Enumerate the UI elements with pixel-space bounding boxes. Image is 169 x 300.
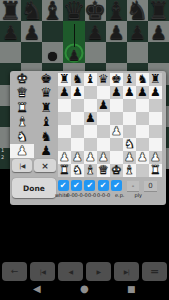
black-rook-icon: ♜ <box>40 101 52 114</box>
black-bishop-icon: ♝ <box>40 115 52 128</box>
bg-square-g6[interactable] <box>127 42 148 63</box>
setup-square-a4[interactable] <box>58 125 71 138</box>
setup-square-g7[interactable]: ♟ <box>136 86 149 99</box>
checkbox-label: 0-0 <box>67 193 75 198</box>
black-pawn-piece: ♟ <box>129 23 146 42</box>
black-queen-piece: ♛ <box>98 73 109 86</box>
palette-white-rook[interactable]: ♜ <box>10 100 34 115</box>
bg-square-a8[interactable]: ♜ <box>0 0 21 21</box>
bg-square-b7[interactable]: ♟ <box>21 21 42 42</box>
castling-checkbox-4[interactable]: ✔ <box>111 180 122 191</box>
white-king-piece: ♚ <box>111 164 122 177</box>
bg-square-h7[interactable]: ♟ <box>148 21 169 42</box>
white-pawn-piece: ♟ <box>111 125 122 138</box>
bg-square-g7[interactable]: ♟ <box>127 21 148 42</box>
setup-square-d1[interactable]: ♛ <box>97 164 110 177</box>
black-pawn-piece: ♟ <box>2 23 19 42</box>
background-text-peek: 2 <box>1 155 4 160</box>
setup-square-a5[interactable] <box>58 112 71 125</box>
clear-board-button[interactable]: × <box>34 159 56 172</box>
setup-square-a1[interactable]: ♜ <box>58 164 71 177</box>
white-pawn-piece: ♟ <box>137 151 148 164</box>
bg-square-a6[interactable] <box>0 42 21 63</box>
white-to-move-checkbox[interactable]: ✔ <box>58 180 69 191</box>
setup-square-e7[interactable]: ♟ <box>110 86 123 99</box>
bg-square-b8[interactable]: ♞ <box>21 0 42 21</box>
background-text-peek: 1 <box>1 148 4 153</box>
toolbar-go-next-button[interactable]: ▶ <box>86 262 111 281</box>
setup-square-d8[interactable]: ♛ <box>97 73 110 86</box>
setup-square-e1[interactable]: ♚ <box>110 164 123 177</box>
castling-checkbox-1[interactable]: ✔ <box>71 180 82 191</box>
bg-square-f7[interactable]: ♟ <box>106 21 127 42</box>
checkbox-label: 0-0 <box>88 193 96 198</box>
black-pawn-icon: ♟ <box>40 144 52 157</box>
setup-square-b4[interactable] <box>71 125 84 138</box>
black-rook-piece: ♜ <box>0 0 22 23</box>
nav-back-icon[interactable]: ◀ <box>33 284 41 294</box>
bg-square-g8[interactable]: ♞ <box>127 0 148 21</box>
setup-square-h7[interactable]: ♟ <box>149 86 162 99</box>
setup-square-g5[interactable] <box>136 112 149 125</box>
setup-square-c1[interactable]: ♝ <box>84 164 97 177</box>
position-setup-dialog: ♚♚♛♛♜♜♝♝♞♞♟♟ |◀ × Done ♜♞♝♛♚♝♞♜♟♟♟♟♟♟♟♟♟… <box>10 71 166 205</box>
palette-black-pawn[interactable]: ♟ <box>34 144 58 159</box>
black-pawn-piece: ♟ <box>108 23 125 42</box>
setup-square-g1[interactable] <box>136 164 149 177</box>
bg-square-f6[interactable] <box>106 42 127 63</box>
white-king-icon: ♚ <box>16 72 28 85</box>
black-pawn-piece: ♟ <box>98 99 109 112</box>
done-button[interactable]: Done <box>12 178 56 198</box>
setup-square-d6[interactable]: ♟ <box>97 99 110 112</box>
black-pawn-piece: ♟ <box>23 23 40 42</box>
setup-square-c4[interactable] <box>84 125 97 138</box>
setup-square-f6[interactable] <box>123 99 136 112</box>
menu-icon: = <box>150 266 159 277</box>
nav-recents-icon[interactable]: ■ <box>127 285 136 294</box>
palette-black-knight[interactable]: ♞ <box>34 129 58 144</box>
white-knight-icon: ♞ <box>16 130 28 143</box>
bg-square-a7[interactable]: ♟ <box>0 21 21 42</box>
black-queen-icon: ♛ <box>40 86 52 99</box>
back-icon: ← <box>11 267 19 276</box>
setup-square-c7[interactable] <box>84 86 97 99</box>
black-king-piece: ♚ <box>84 0 106 23</box>
black-pawn-piece: ♟ <box>124 86 135 99</box>
palette-black-bishop[interactable]: ♝ <box>34 115 58 130</box>
white-bishop-piece: ♝ <box>124 164 135 177</box>
chess-app-screen: ♜♞♝♛♚♝♞♜♟♟♟♟♟♟♟12 ♚♚♛♛♜♜♝♝♞♞♟♟ |◀ × Done… <box>0 0 169 300</box>
go-first-icon: |◀ <box>40 269 46 275</box>
setup-square-e4[interactable]: ♟ <box>110 125 123 138</box>
setup-square-a7[interactable]: ♟ <box>58 86 71 99</box>
setup-square-b5[interactable] <box>71 112 84 125</box>
bg-square-d8[interactable]: ♛ <box>63 0 84 21</box>
toolbar-go-first-button[interactable]: |◀ <box>30 262 55 281</box>
game-toolbar: ←|◀◀▶▶|= <box>0 262 169 281</box>
black-knight-piece: ♞ <box>126 0 148 23</box>
setup-square-d4[interactable] <box>97 125 110 138</box>
bg-square-h8[interactable]: ♜ <box>148 0 169 21</box>
palette-black-queen[interactable]: ♛ <box>34 86 58 101</box>
setup-board: ♜♞♝♛♚♝♞♜♟♟♟♟♟♟♟♟♟♞♟♟♟♟♟♟♟♜♞♝♛♚♝♜ <box>58 73 162 177</box>
setup-square-b7[interactable]: ♟ <box>71 86 84 99</box>
white-queen-piece: ♛ <box>98 164 109 177</box>
palette-white-pawn[interactable]: ♟ <box>10 144 34 159</box>
field-label: e.p. <box>115 193 124 198</box>
setup-square-a6[interactable] <box>58 99 71 112</box>
black-pawn-piece: ♟ <box>72 86 83 99</box>
setup-square-b1[interactable]: ♞ <box>71 164 84 177</box>
piece-palette: ♚♚♛♛♜♜♝♝♞♞♟♟ <box>10 71 58 158</box>
palette-white-queen[interactable]: ♛ <box>10 86 34 101</box>
setup-square-g2[interactable]: ♟ <box>136 151 149 164</box>
setup-square-c5[interactable]: ♟ <box>84 112 97 125</box>
castling-checkbox-3[interactable]: ✔ <box>98 180 109 191</box>
black-pawn-piece: ♟ <box>68 48 81 62</box>
go-previous-icon: ◀ <box>68 269 72 275</box>
bg-square-d6[interactable]: ♟ <box>63 42 84 63</box>
bg-square-b6[interactable] <box>21 42 42 63</box>
black-bishop-piece: ♝ <box>105 0 127 23</box>
palette-white-knight[interactable]: ♞ <box>10 129 34 144</box>
bg-square-f8[interactable]: ♝ <box>106 0 127 21</box>
black-pawn-piece: ♟ <box>150 86 161 99</box>
setup-square-g4[interactable] <box>136 125 149 138</box>
toolbar-menu-button[interactable]: = <box>142 262 167 281</box>
nav-home-icon[interactable]: ● <box>80 284 89 294</box>
setup-square-h4[interactable] <box>149 125 162 138</box>
setup-square-f7[interactable]: ♟ <box>123 86 136 99</box>
palette-white-bishop[interactable]: ♝ <box>10 115 34 130</box>
setup-square-h1[interactable]: ♜ <box>149 164 162 177</box>
black-knight-icon: ♞ <box>40 130 52 143</box>
ply-field[interactable]: 0 <box>144 181 157 192</box>
reset-position-button[interactable]: |◀ <box>12 159 32 172</box>
black-queen-piece: ♛ <box>63 0 85 23</box>
toolbar-back-button[interactable]: ← <box>2 262 27 281</box>
black-pawn-piece: ♟ <box>150 23 167 42</box>
bg-square-h6[interactable] <box>148 42 169 63</box>
white-rook-piece: ♜ <box>150 164 161 177</box>
setup-square-e6[interactable] <box>110 99 123 112</box>
bg-square-c8[interactable]: ♝ <box>42 0 63 21</box>
black-pawn-piece: ♟ <box>111 86 122 99</box>
checkbox-label: 0-0-0 <box>97 193 110 198</box>
system-navbar: ◀ ● ■ <box>0 282 169 300</box>
bg-square-e8[interactable]: ♚ <box>85 0 106 21</box>
en-passant-field[interactable]: - <box>127 181 139 192</box>
go-next-icon: ▶ <box>96 269 100 275</box>
white-rook-icon: ♜ <box>16 101 28 114</box>
setup-square-d5[interactable] <box>97 112 110 125</box>
white-rook-piece: ♜ <box>59 164 70 177</box>
black-pawn-piece: ♟ <box>85 112 96 125</box>
black-pawn-head-icon <box>48 52 57 61</box>
bg-square-e6[interactable] <box>85 42 106 63</box>
checkbox-label: 0-0-0 <box>75 193 88 198</box>
black-pawn-piece: ♟ <box>137 86 148 99</box>
setup-square-b6[interactable] <box>71 99 84 112</box>
black-pawn-piece: ♟ <box>87 23 104 42</box>
setup-square-h6[interactable] <box>149 99 162 112</box>
setup-square-f5[interactable] <box>123 112 136 125</box>
black-knight-piece: ♞ <box>20 0 42 23</box>
setup-square-f1[interactable]: ♝ <box>123 164 136 177</box>
white-pawn-icon: ♟ <box>16 144 28 157</box>
toolbar-go-previous-button[interactable]: ◀ <box>58 262 83 281</box>
white-bishop-icon: ♝ <box>16 115 28 128</box>
go-last-icon: ▶| <box>124 269 130 275</box>
palette-white-king[interactable]: ♚ <box>10 71 34 86</box>
setup-square-c8[interactable]: ♝ <box>84 73 97 86</box>
setup-square-g6[interactable] <box>136 99 149 112</box>
castling-checkbox-2[interactable]: ✔ <box>84 180 95 191</box>
setup-square-e3[interactable] <box>110 138 123 151</box>
white-bishop-piece: ♝ <box>85 164 96 177</box>
black-pawn-piece: ♟ <box>59 86 70 99</box>
black-king-icon: ♚ <box>40 72 52 85</box>
bg-square-e7[interactable]: ♟ <box>85 21 106 42</box>
white-knight-piece: ♞ <box>72 164 83 177</box>
setup-square-h5[interactable] <box>149 112 162 125</box>
black-bishop-piece: ♝ <box>85 73 96 86</box>
black-rook-piece: ♜ <box>147 0 169 23</box>
palette-black-king[interactable]: ♚ <box>34 71 58 86</box>
black-bishop-piece: ♝ <box>42 0 64 23</box>
field-label: ply <box>135 193 143 198</box>
palette-black-rook[interactable]: ♜ <box>34 100 58 115</box>
toolbar-go-last-button[interactable]: ▶| <box>114 262 139 281</box>
white-queen-icon: ♛ <box>16 86 28 99</box>
